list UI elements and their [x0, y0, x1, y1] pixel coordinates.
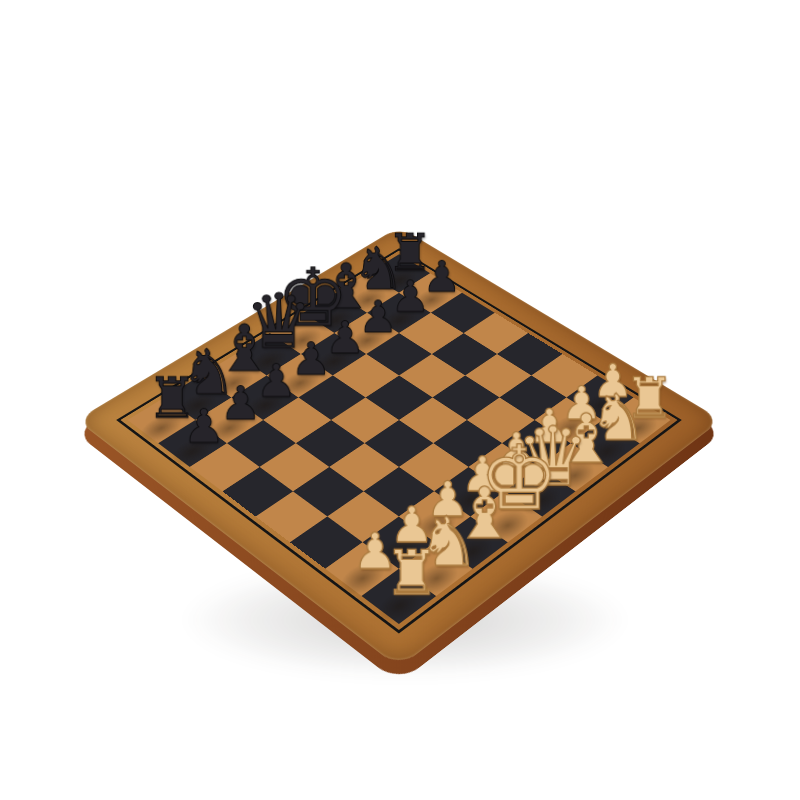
piece-cast-shadow: [370, 584, 429, 628]
square-h1: ♜: [603, 397, 671, 443]
board-wooden-frame: ♜♞♝♛♚♝♞♜♟♟♟♟♟♟♟♟♟♟♟♟♟♟♟♟♜♞♝♚♛♝♞♜: [77, 227, 722, 668]
page-background: { "game": "chess", "scene_description": …: [0, 0, 800, 800]
piece-cast-shadow: [202, 410, 256, 446]
square-g3: [500, 375, 567, 420]
board-grid: ♜♞♝♛♚♝♞♜♟♟♟♟♟♟♟♟♟♟♟♟♟♟♟♟♜♞♝♚♛♝♞♜: [127, 254, 670, 624]
square-a1: ♜: [362, 569, 437, 624]
piece-cast-shadow: [171, 388, 225, 423]
piece-cast-shadow: [576, 388, 628, 423]
piece-cast-shadow: [612, 410, 664, 446]
board-border-line: ♜♞♝♛♚♝♞♜♟♟♟♟♟♟♟♟♟♟♟♟♟♟♟♟♜♞♝♚♛♝♞♜: [116, 248, 682, 633]
photo-scene: ♜♞♝♛♚♝♞♜♟♟♟♟♟♟♟♟♟♟♟♟♟♟♟♟♜♞♝♚♛♝♞♜: [0, 0, 800, 800]
piece-cast-shadow: [511, 433, 565, 470]
square-a8: ♜: [127, 397, 195, 443]
chess-board: ♜♞♝♛♚♝♞♜♟♟♟♟♟♟♟♟♟♟♟♟♟♟♟♟♜♞♝♚♛♝♞♜: [77, 227, 722, 668]
